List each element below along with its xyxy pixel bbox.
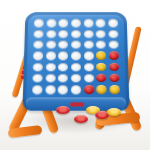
hole-r4c6-yellow-disc — [96, 51, 106, 59]
loose-yellow-disc — [107, 108, 121, 116]
hole-r3c7-empty — [108, 40, 118, 48]
hole-r7c3-empty — [58, 85, 68, 94]
hole-r4c7-red-disc — [109, 51, 119, 59]
hole-r6c4-empty — [71, 74, 81, 83]
hole-r4c2-empty — [46, 51, 56, 59]
hole-r2c7-empty — [108, 30, 118, 38]
hole-r6c3-empty — [58, 74, 68, 83]
hole-r6c1-empty — [33, 74, 43, 83]
hole-r6c5-empty — [84, 74, 94, 83]
hole-r6c2-empty — [45, 74, 55, 83]
hole-r3c4-empty — [71, 40, 81, 48]
hole-r1c5-empty — [83, 19, 93, 27]
loose-red-disc — [56, 106, 70, 114]
hole-r6c6-red-disc — [96, 74, 106, 83]
hole-r4c3-empty — [58, 51, 68, 59]
hole-r3c1-empty — [34, 40, 44, 48]
loose-red-disc — [74, 115, 88, 123]
hole-r4c1-empty — [33, 51, 43, 59]
hole-r2c1-empty — [34, 30, 44, 38]
hole-r1c4-empty — [71, 19, 81, 27]
hole-r2c3-empty — [59, 30, 69, 38]
hole-r4c5-empty — [84, 51, 94, 59]
hole-r1c7-empty — [108, 19, 118, 27]
hole-r2c5-empty — [83, 30, 93, 38]
hole-r7c1-empty — [32, 85, 42, 94]
game-board — [22, 12, 129, 111]
hole-r7c5-red-disc — [84, 85, 94, 94]
hole-r5c1-empty — [33, 62, 43, 70]
hole-r3c6-empty — [96, 40, 106, 48]
hole-r3c3-empty — [59, 40, 69, 48]
hole-r4c4-empty — [71, 51, 81, 59]
hole-r5c6-yellow-disc — [96, 62, 106, 70]
hole-grid — [31, 18, 121, 95]
product-photo-scene — [0, 0, 150, 150]
hole-r2c6-empty — [96, 30, 106, 38]
hole-r6c7-red-disc — [109, 74, 119, 83]
hole-r5c3-empty — [58, 62, 68, 70]
hole-r7c6-yellow-disc — [96, 85, 106, 94]
hole-r1c3-empty — [59, 19, 69, 27]
hole-r7c4-empty — [71, 85, 81, 94]
hole-r7c7-yellow-disc — [109, 85, 119, 94]
hole-r5c2-empty — [46, 62, 56, 70]
hole-r1c1-empty — [34, 19, 44, 27]
hole-r3c5-empty — [83, 40, 93, 48]
hole-r7c2-empty — [45, 85, 55, 94]
hole-r5c7-red-disc — [109, 62, 119, 70]
hole-r5c5-empty — [84, 62, 94, 70]
hole-r5c4-empty — [71, 62, 81, 70]
hole-r3c2-empty — [46, 40, 56, 48]
brand-logo-mark — [70, 102, 84, 106]
hole-r1c2-empty — [46, 19, 56, 27]
hole-r2c4-empty — [71, 30, 81, 38]
hole-r2c2-empty — [46, 30, 56, 38]
hole-r1c6-empty — [96, 19, 106, 27]
